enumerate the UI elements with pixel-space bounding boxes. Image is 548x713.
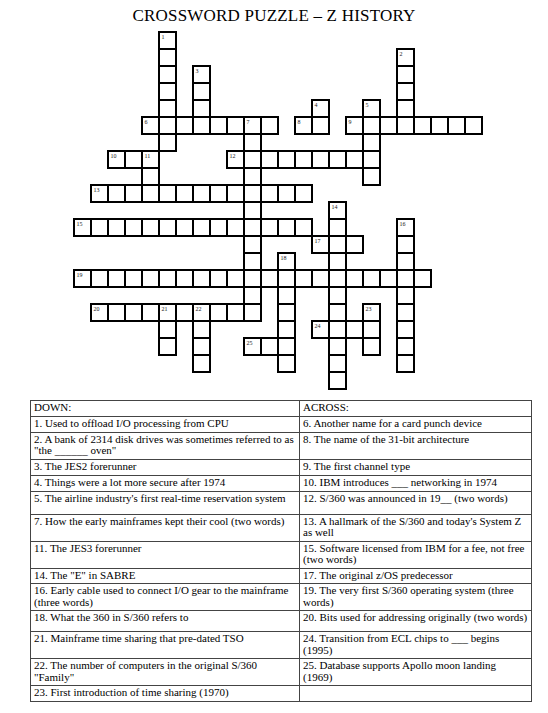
- across-clue-24: 24. Transition from ECL chips to ___ beg…: [300, 632, 532, 659]
- cell-number: 4: [315, 102, 318, 108]
- cell-number: 14: [332, 204, 338, 210]
- cell-number: 2: [400, 51, 403, 57]
- crossword-grid: 1234567891011121314151617181920212223242…: [73, 31, 485, 391]
- down-clue-2: 2. A bank of 2314 disk drives was someti…: [31, 432, 300, 459]
- across-clue-19: 19. The very first S/360 operating syste…: [300, 584, 532, 611]
- grid-cell[interactable]: [328, 371, 347, 390]
- down-clue-16: 16. Early cable used to connect I/O gear…: [31, 584, 300, 611]
- cell-number: 24: [315, 323, 321, 329]
- down-header: DOWN:: [31, 401, 300, 417]
- cell-number: 12: [230, 153, 236, 159]
- page-title: CROSSWORD PUZZLE – Z HISTORY: [0, 6, 548, 26]
- grid-cell[interactable]: [362, 167, 381, 186]
- cell-number: 16: [400, 221, 406, 227]
- down-clue-5: 5. The airline industry's first real-tim…: [31, 491, 300, 514]
- across-clue-15: 15. Software licensed from IBM for a fee…: [300, 541, 532, 568]
- grid-cell[interactable]: [413, 269, 432, 288]
- cell-number: 15: [77, 221, 83, 227]
- across-clue-8: 8. The name of the 31-bit architecture: [300, 432, 532, 459]
- grid-cell[interactable]: [158, 337, 177, 356]
- cell-number: 17: [315, 238, 321, 244]
- down-clue-7: 7. How the early mainframes kept their c…: [31, 514, 300, 541]
- cell-number: 6: [145, 119, 148, 125]
- grid-cell[interactable]: [362, 337, 381, 356]
- down-clue-14: 14. The "E" in SABRE: [31, 568, 300, 584]
- grid-cell[interactable]: [396, 354, 415, 373]
- cell-number: 11: [145, 153, 151, 159]
- down-clue-18: 18. What the 360 in S/360 refers to: [31, 611, 300, 632]
- cell-number: 13: [94, 187, 100, 193]
- down-clue-23: 23. First introduction of time sharing (…: [31, 686, 300, 702]
- cell-number: 5: [366, 102, 369, 108]
- grid-cell[interactable]: [243, 303, 262, 322]
- across-clue-12: 12. S/360 was announced in 19__ (two wor…: [300, 491, 532, 514]
- cell-number: 22: [196, 306, 202, 312]
- cell-number: 19: [77, 272, 83, 278]
- across-clue-9: 9. The first channel type: [300, 459, 532, 475]
- across-clue-10: 10. IBM introduces ___ networking in 197…: [300, 475, 532, 491]
- across-clue-6: 6. Another name for a card punch device: [300, 416, 532, 432]
- grid-cell[interactable]: [192, 354, 211, 373]
- down-clue-1: 1. Used to offload I/O processing from C…: [31, 416, 300, 432]
- clue-table: DOWN:ACROSS:1. Used to offload I/O proce…: [30, 400, 532, 702]
- cell-number: 8: [298, 119, 301, 125]
- down-clue-4: 4. Things were a lot more secure after 1…: [31, 475, 300, 491]
- cell-number: 20: [94, 306, 100, 312]
- cell-number: 21: [162, 306, 168, 312]
- grid-cell[interactable]: [311, 116, 330, 135]
- cell-number: 23: [366, 306, 372, 312]
- cell-number: 7: [247, 119, 250, 125]
- down-clue-11: 11. The JES3 forerunner: [31, 541, 300, 568]
- down-clue-3: 3. The JES2 forerunner: [31, 459, 300, 475]
- cell-number: 10: [111, 153, 117, 159]
- grid-cell[interactable]: [345, 235, 364, 254]
- empty-cell: [300, 686, 532, 702]
- down-clue-22: 22. The number of computers in the origi…: [31, 659, 300, 686]
- cell-number: 9: [349, 119, 352, 125]
- cell-number: 1: [162, 34, 165, 40]
- grid-cell[interactable]: [464, 116, 483, 135]
- cell-number: 25: [247, 340, 253, 346]
- across-clue-13: 13. A hallmark of the S/360 and today's …: [300, 514, 532, 541]
- across-header: ACROSS:: [300, 401, 532, 417]
- across-clue-20: 20. Bits used for addressing originally …: [300, 611, 532, 632]
- grid-cell[interactable]: [158, 133, 177, 152]
- grid-cell[interactable]: [277, 354, 296, 373]
- grid-cell[interactable]: [260, 116, 279, 135]
- grid-cell[interactable]: [294, 184, 313, 203]
- cell-number: 3: [196, 68, 199, 74]
- across-clue-25: 25. Database supports Apollo moon landin…: [300, 659, 532, 686]
- across-clue-17: 17. The original z/OS predecessor: [300, 568, 532, 584]
- cell-number: 18: [281, 255, 287, 261]
- down-clue-21: 21. Mainframe time sharing that pre-date…: [31, 632, 300, 659]
